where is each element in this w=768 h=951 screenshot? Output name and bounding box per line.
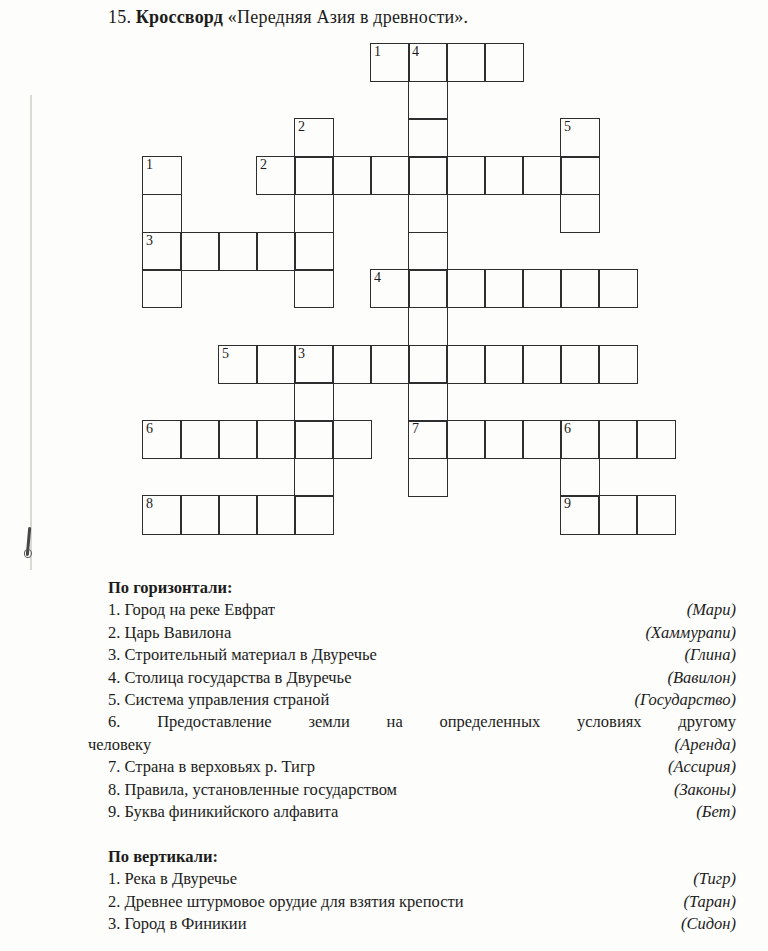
grid-cell-r5c4[interactable] (294, 232, 334, 271)
clue-number-down-6: 6 (564, 421, 571, 436)
title-word-crossword: Кроссворд (136, 7, 223, 27)
grid-cell-r10c4[interactable] (294, 420, 334, 459)
grid-cell-r2c11[interactable]: 5 (560, 118, 600, 157)
clue-answer: (Глина) (675, 644, 736, 666)
clue-number-across-3: 3 (146, 233, 153, 248)
grid-cell-r6c10[interactable] (522, 269, 562, 308)
clue-answer: (Законы) (664, 779, 736, 801)
across-clue-8: 8. Правила, установленные государством(З… (88, 779, 736, 801)
title-quoted-name: «Передняя Азия в древности». (228, 7, 468, 27)
clue-number-across-4: 4 (374, 270, 381, 285)
grid-cell-r12c11[interactable]: 9 (560, 495, 600, 534)
grid-cell-r6c9[interactable] (484, 269, 524, 308)
clue-text: Река в Двуречье (125, 869, 237, 888)
grid-cell-r7c7[interactable] (408, 307, 448, 346)
clue-text: Страна в верховьях р. Тигр (125, 757, 315, 776)
clue-number-across-1: 1 (374, 44, 381, 59)
grid-cell-r10c13[interactable] (636, 420, 676, 459)
grid-cell-r12c13[interactable] (636, 495, 676, 534)
grid-cell-r11c7[interactable] (408, 458, 448, 497)
grid-cell-r8c9[interactable] (484, 345, 524, 384)
clue-answer: (Вавилон) (657, 667, 736, 689)
clue-label: 8. (108, 780, 120, 799)
clue-label: 3. (108, 645, 120, 664)
clue-label: 1. (108, 600, 120, 619)
grid-cell-r10c8[interactable] (446, 420, 486, 459)
clue-number-across-2: 2 (260, 157, 267, 172)
grid-cell-r3c11[interactable] (560, 156, 600, 195)
grid-cell-r3c7[interactable] (408, 156, 448, 195)
grid-cell-r12c3[interactable] (256, 495, 296, 534)
grid-cell-r0c8[interactable] (446, 43, 486, 82)
grid-cell-r10c10[interactable] (522, 420, 562, 459)
grid-cell-r12c12[interactable] (598, 495, 638, 534)
grid-cell-r5c7[interactable] (408, 232, 448, 271)
clue-answer: (Сидон) (671, 913, 736, 935)
clue-answer: (Ассирия) (658, 756, 736, 778)
down-clue-2: 2. Древнее штурмовое орудие для взятия к… (88, 891, 736, 913)
grid-cell-r9c4[interactable] (294, 382, 334, 421)
scan-margin-line (30, 95, 32, 570)
clue-number-down-3: 3 (298, 346, 305, 361)
clue-text: Царь Вавилона (125, 623, 232, 642)
across-clue-7: 7. Страна в верховьях р. Тигр(Ассирия) (88, 756, 736, 778)
grid-cell-r6c7[interactable] (408, 269, 448, 308)
grid-cell-r3c0[interactable]: 1 (142, 156, 182, 195)
clue-number-across-5: 5 (222, 346, 229, 361)
clue-answer: (Хаммурапи) (636, 622, 736, 644)
grid-cell-r11c11[interactable] (560, 458, 600, 497)
across-heading: По горизонтали: (88, 577, 736, 599)
worksheet-title: 15. Кроссворд «Передняя Азия в древности… (108, 7, 468, 28)
clue-label: 4. (108, 668, 120, 687)
grid-cell-r6c12[interactable] (598, 269, 638, 308)
clue-answer: (Тигр) (683, 868, 736, 890)
grid-cell-r5c2[interactable] (218, 232, 258, 271)
grid-cell-r6c4[interactable] (294, 269, 334, 308)
down-heading: По вертикали: (88, 846, 736, 868)
clue-number-across-9: 9 (564, 496, 571, 511)
grid-cell-r3c6[interactable] (370, 156, 410, 195)
across-clue-6-line2: человеку(Аренда) (88, 734, 736, 756)
clue-answer: (Аренда) (665, 734, 736, 756)
task-number: 15. (108, 7, 131, 27)
clue-label: 5. (108, 690, 120, 709)
clue-text: Древнее штурмовое орудие для взятия креп… (125, 892, 464, 911)
grid-cell-r8c5[interactable] (332, 345, 372, 384)
grid-cell-r8c8[interactable] (446, 345, 486, 384)
clue-text: Правила, установленные государством (125, 780, 398, 799)
grid-cell-r6c11[interactable] (560, 269, 600, 308)
clue-text: Система управления страной (125, 690, 330, 709)
down-clue-3: 3. Город в Финикии(Сидон) (88, 913, 736, 935)
across-clue-2: 2. Царь Вавилона(Хаммурапи) (88, 622, 736, 644)
grid-cell-r10c7[interactable]: 7 (408, 420, 448, 459)
grid-cell-r8c6[interactable] (370, 345, 410, 384)
grid-cell-r4c11[interactable] (560, 194, 600, 233)
grid-cell-r3c10[interactable] (522, 156, 562, 195)
grid-cell-r10c3[interactable] (256, 420, 296, 459)
grid-cell-r2c4[interactable]: 2 (294, 118, 334, 157)
clue-text: Столица государства в Двуречье (125, 668, 352, 687)
grid-cell-r10c11[interactable]: 6 (560, 420, 600, 459)
grid-cell-r0c6[interactable]: 1 (370, 43, 410, 82)
grid-cell-r8c7[interactable] (408, 345, 448, 384)
clue-label: 2. (108, 623, 120, 642)
across-clue-9: 9. Буква финикийского алфавита(Бет) (88, 801, 736, 823)
grid-cell-r8c2[interactable]: 5 (218, 345, 258, 384)
clue-label: 6. (108, 712, 120, 731)
grid-cell-r10c12[interactable] (598, 420, 638, 459)
clue-number-down-5: 5 (564, 119, 571, 134)
grid-cell-r10c9[interactable] (484, 420, 524, 459)
clue-label: 3. (108, 914, 120, 933)
clue-number-across-7: 7 (412, 421, 419, 436)
clue-label: 7. (108, 757, 120, 776)
grid-cell-r0c9[interactable] (484, 43, 524, 82)
grid-cell-r1c7[interactable] (408, 81, 448, 120)
grid-cell-r8c11[interactable] (560, 345, 600, 384)
across-clue-4: 4. Столица государства в Двуречье(Вавило… (88, 667, 736, 689)
grid-cell-r8c10[interactable] (522, 345, 562, 384)
clue-answer: (Мари) (677, 599, 736, 621)
grid-cell-r6c8[interactable] (446, 269, 486, 308)
grid-cell-r11c4[interactable] (294, 458, 334, 497)
clue-label: 9. (108, 802, 120, 821)
clue-text-continuation: человеку (88, 734, 151, 756)
grid-cell-r8c3[interactable] (256, 345, 296, 384)
grid-cell-r10c0[interactable]: 6 (142, 420, 182, 459)
clue-text: Город на реке Евфрат (125, 600, 276, 619)
grid-cell-r2c7[interactable] (408, 118, 448, 157)
clue-number-down-2: 2 (298, 119, 305, 134)
grid-cell-r3c8[interactable] (446, 156, 486, 195)
grid-cell-r4c0[interactable] (142, 194, 182, 233)
grid-cell-r3c5[interactable] (332, 156, 372, 195)
clue-answer: (Государство) (624, 689, 736, 711)
clue-label: 2. (108, 892, 120, 911)
across-clue-list: 1. Город на реке Евфрат(Мари)2. Царь Вав… (88, 599, 736, 823)
grid-cell-r0c7[interactable]: 4 (408, 43, 448, 82)
grid-cell-r12c1[interactable] (180, 495, 220, 534)
clue-text: Строительный материал в Двуречье (125, 645, 377, 664)
grid-cell-r5c1[interactable] (180, 232, 220, 271)
grid-cell-r5c0[interactable]: 3 (142, 232, 182, 271)
clue-text: Предоставление земли на определенных усл… (157, 712, 736, 731)
grid-cell-r8c12[interactable] (598, 345, 638, 384)
clue-answer: (Таран) (673, 891, 736, 913)
grid-cell-r12c0[interactable]: 8 (142, 495, 182, 534)
grid-cell-r6c0[interactable] (142, 269, 182, 308)
clue-number-down-4: 4 (412, 44, 419, 59)
grid-cell-r4c7[interactable] (408, 194, 448, 233)
clue-number-across-6: 6 (146, 421, 153, 436)
grid-cell-r12c2[interactable] (218, 495, 258, 534)
grid-cell-r9c7[interactable] (408, 382, 448, 421)
grid-cell-r4c4[interactable] (294, 194, 334, 233)
clue-text: Буква финикийского алфавита (125, 802, 339, 821)
clue-number-down-1: 1 (146, 157, 153, 172)
clue-number-across-8: 8 (146, 496, 153, 511)
across-clue-1: 1. Город на реке Евфрат(Мари) (88, 599, 736, 621)
down-clue-1: 1. Река в Двуречье(Тигр) (88, 868, 736, 890)
clue-answer: (Бет) (686, 801, 736, 823)
grid-cell-r3c3[interactable]: 2 (256, 156, 296, 195)
grid-cell-r10c5[interactable] (332, 420, 372, 459)
grid-cell-r5c3[interactable] (256, 232, 296, 271)
across-clue-5: 5. Система управления страной(Государств… (88, 689, 736, 711)
across-clue-3: 3. Строительный материал в Двуречье(Глин… (88, 644, 736, 666)
grid-cell-r3c4[interactable] (294, 156, 334, 195)
grid-cell-r10c1[interactable] (180, 420, 220, 459)
clue-label: 1. (108, 869, 120, 888)
clue-text: Город в Финикии (125, 914, 247, 933)
across-clue-6-line1: 6. Предоставление земли на определенных … (88, 711, 736, 733)
scanned-worksheet-page: 15. Кроссворд «Передняя Азия в древности… (0, 0, 768, 951)
grid-cell-r8c4[interactable]: 3 (294, 345, 334, 384)
clue-lists: По горизонтали: 1. Город на реке Евфрат(… (88, 577, 736, 935)
down-clue-list: 1. Река в Двуречье(Тигр)2. Древнее штурм… (88, 868, 736, 935)
grid-cell-r6c6[interactable]: 4 (370, 269, 410, 308)
grid-cell-r12c4[interactable] (294, 495, 334, 534)
grid-cell-r10c2[interactable] (218, 420, 258, 459)
grid-cell-r3c9[interactable] (484, 156, 524, 195)
